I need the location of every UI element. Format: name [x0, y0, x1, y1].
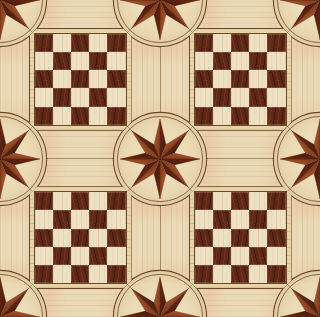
parquet-floor	[0, 0, 320, 317]
checker-square-light	[89, 192, 107, 210]
checker-square-light	[107, 88, 125, 106]
checker-square-light	[213, 107, 231, 125]
checker-square-dark	[267, 192, 285, 210]
checker-square-dark	[71, 265, 89, 283]
checker-square-light	[107, 52, 125, 70]
checker-square-light	[195, 247, 213, 265]
checker-square-light	[195, 52, 213, 70]
checker-square-dark	[195, 192, 213, 210]
checker-square-light	[231, 210, 249, 228]
checkerboard-frame	[189, 186, 292, 289]
checker-square-dark	[71, 70, 89, 88]
checker-square-light	[107, 210, 125, 228]
checker-square-light	[213, 70, 231, 88]
checker-square-dark	[195, 34, 213, 52]
checker-square-dark	[53, 88, 71, 106]
checker-square-light	[267, 88, 285, 106]
checker-square-light	[53, 265, 71, 283]
checkerboard	[194, 191, 287, 284]
checker-square-dark	[213, 247, 231, 265]
checker-square-dark	[35, 107, 53, 125]
checker-square-dark	[35, 34, 53, 52]
checker-square-dark	[107, 107, 125, 125]
checkerboard	[34, 191, 127, 284]
checker-square-dark	[71, 34, 89, 52]
checker-square-dark	[231, 34, 249, 52]
checker-square-light	[213, 192, 231, 210]
checker-square-dark	[267, 70, 285, 88]
checker-square-light	[195, 88, 213, 106]
checker-square-dark	[231, 70, 249, 88]
checker-square-dark	[249, 210, 267, 228]
checker-square-dark	[267, 107, 285, 125]
checkerboard-frame	[29, 186, 132, 289]
checker-square-dark	[195, 265, 213, 283]
checker-square-dark	[53, 52, 71, 70]
checkerboard	[194, 33, 287, 126]
checker-square-dark	[231, 229, 249, 247]
checker-square-light	[89, 70, 107, 88]
checker-square-dark	[213, 210, 231, 228]
checker-square-light	[89, 265, 107, 283]
checker-square-light	[249, 192, 267, 210]
checker-square-dark	[89, 247, 107, 265]
checker-square-light	[71, 210, 89, 228]
checker-square-dark	[53, 210, 71, 228]
checker-square-dark	[267, 34, 285, 52]
checker-square-dark	[107, 229, 125, 247]
checker-square-light	[71, 88, 89, 106]
checker-square-light	[213, 265, 231, 283]
checker-square-dark	[35, 265, 53, 283]
checker-square-light	[107, 247, 125, 265]
checkerboard-frame	[29, 28, 132, 131]
checker-square-light	[231, 247, 249, 265]
checker-square-dark	[231, 107, 249, 125]
checker-square-light	[35, 247, 53, 265]
checker-square-dark	[89, 52, 107, 70]
checker-square-light	[35, 52, 53, 70]
checker-square-light	[71, 247, 89, 265]
eight-point-star	[120, 119, 200, 199]
checker-square-dark	[89, 210, 107, 228]
checker-square-light	[231, 52, 249, 70]
checker-square-dark	[107, 34, 125, 52]
checker-square-light	[249, 265, 267, 283]
checker-square-light	[89, 34, 107, 52]
checker-square-light	[267, 210, 285, 228]
checker-square-light	[35, 88, 53, 106]
checker-square-light	[249, 229, 267, 247]
checker-square-dark	[107, 70, 125, 88]
checker-square-dark	[71, 192, 89, 210]
checker-square-light	[35, 210, 53, 228]
checker-square-dark	[267, 229, 285, 247]
checker-square-light	[71, 52, 89, 70]
checker-square-light	[195, 210, 213, 228]
checker-square-light	[53, 229, 71, 247]
checker-square-light	[53, 70, 71, 88]
checkerboard-frame	[189, 28, 292, 131]
checker-square-dark	[35, 229, 53, 247]
checker-square-dark	[71, 107, 89, 125]
checker-square-dark	[249, 88, 267, 106]
checker-square-dark	[249, 52, 267, 70]
checker-square-dark	[213, 88, 231, 106]
checker-square-dark	[53, 247, 71, 265]
checker-square-dark	[267, 265, 285, 283]
checker-square-dark	[195, 107, 213, 125]
checker-square-light	[267, 247, 285, 265]
checker-square-dark	[249, 247, 267, 265]
checker-square-light	[53, 107, 71, 125]
checker-square-dark	[231, 192, 249, 210]
checker-square-dark	[195, 70, 213, 88]
checker-square-light	[213, 34, 231, 52]
checker-square-light	[267, 52, 285, 70]
checker-square-dark	[35, 70, 53, 88]
checker-square-dark	[107, 265, 125, 283]
checker-square-light	[53, 34, 71, 52]
checker-square-light	[249, 70, 267, 88]
checker-square-dark	[195, 229, 213, 247]
checker-square-light	[53, 192, 71, 210]
checker-square-light	[249, 107, 267, 125]
checker-square-dark	[107, 192, 125, 210]
checker-square-light	[231, 88, 249, 106]
checkerboard	[34, 33, 127, 126]
checker-square-light	[213, 229, 231, 247]
checker-square-dark	[35, 192, 53, 210]
checker-square-dark	[71, 229, 89, 247]
checker-square-light	[89, 107, 107, 125]
checker-square-dark	[213, 52, 231, 70]
checker-square-dark	[89, 88, 107, 106]
checker-square-light	[89, 229, 107, 247]
checker-square-light	[249, 34, 267, 52]
checker-square-dark	[231, 265, 249, 283]
